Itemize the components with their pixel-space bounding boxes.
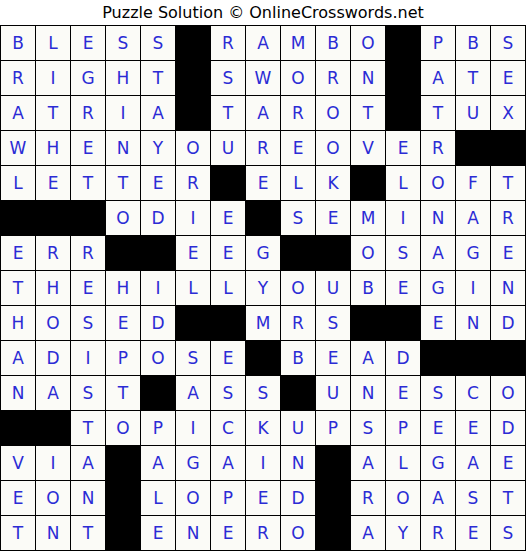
letter-cell-r3c7: T [211, 96, 246, 131]
letter-cell-r11c14: C [456, 376, 491, 411]
black-cell-r1c6 [176, 26, 211, 61]
letter-cell-r10c11: A [351, 341, 386, 376]
letter-cell-r11c12: E [386, 376, 421, 411]
letter-cell-r3c11: T [351, 96, 386, 131]
letter-cell-r14c11: R [351, 481, 386, 516]
black-cell-r4c15 [491, 131, 526, 166]
letter-cell-r14c5: L [141, 481, 176, 516]
letter-cell-r13c15: E [491, 446, 526, 481]
letter-cell-r11c3: S [71, 376, 106, 411]
letter-cell-r8c8: Y [246, 271, 281, 306]
letter-cell-r13c13: G [421, 446, 456, 481]
letter-cell-r3c9: R [281, 96, 316, 131]
letter-cell-r14c3: N [71, 481, 106, 516]
letter-cell-r3c1: A [1, 96, 36, 131]
letter-cell-r1c9: M [281, 26, 316, 61]
letter-cell-r15c6: N [176, 516, 211, 551]
letter-cell-r7c1: E [1, 236, 36, 271]
letter-cell-r15c2: N [36, 516, 71, 551]
letter-cell-r14c14: S [456, 481, 491, 516]
letter-cell-r15c1: T [1, 516, 36, 551]
letter-cell-r12c12: P [386, 411, 421, 446]
letter-cell-r8c15: N [491, 271, 526, 306]
letter-cell-r8c4: H [106, 271, 141, 306]
letter-cell-r13c9: N [281, 446, 316, 481]
letter-cell-r6c11: M [351, 201, 386, 236]
black-cell-r9c11 [351, 306, 386, 341]
letter-cell-r12c11: S [351, 411, 386, 446]
letter-cell-r8c1: T [1, 271, 36, 306]
letter-cell-r11c6: A [176, 376, 211, 411]
letter-cell-r7c3: R [71, 236, 106, 271]
letter-cell-r5c10: K [316, 166, 351, 201]
letter-cell-r8c3: E [71, 271, 106, 306]
letter-cell-r12c14: E [456, 411, 491, 446]
letter-cell-r7c12: S [386, 236, 421, 271]
letter-cell-r5c1: L [1, 166, 36, 201]
letter-cell-r8c5: I [141, 271, 176, 306]
letter-cell-r14c1: E [1, 481, 36, 516]
black-cell-r6c8 [246, 201, 281, 236]
letter-cell-r4c12: E [386, 131, 421, 166]
black-cell-r4c14 [456, 131, 491, 166]
letter-cell-r10c6: S [176, 341, 211, 376]
letter-cell-r5c6: R [176, 166, 211, 201]
letter-cell-r6c7: E [211, 201, 246, 236]
letter-cell-r7c7: E [211, 236, 246, 271]
black-cell-r13c4 [106, 446, 141, 481]
letter-cell-r9c9: R [281, 306, 316, 341]
letter-cell-r11c7: S [211, 376, 246, 411]
letter-cell-r4c13: R [421, 131, 456, 166]
letter-cell-r6c6: I [176, 201, 211, 236]
puzzle-solution-page: Puzzle Solution © OnlineCrosswords.net B… [0, 0, 526, 551]
letter-cell-r10c3: I [71, 341, 106, 376]
letter-cell-r10c12: D [386, 341, 421, 376]
black-cell-r2c6 [176, 61, 211, 96]
letter-cell-r13c11: A [351, 446, 386, 481]
letter-cell-r8c6: L [176, 271, 211, 306]
letter-cell-r15c12: Y [386, 516, 421, 551]
letter-cell-r1c7: R [211, 26, 246, 61]
letter-cell-r10c9: B [281, 341, 316, 376]
letter-cell-r5c4: T [106, 166, 141, 201]
letter-cell-r11c4: T [106, 376, 141, 411]
black-cell-r14c10 [316, 481, 351, 516]
letter-cell-r2c13: A [421, 61, 456, 96]
letter-cell-r10c5: O [141, 341, 176, 376]
letter-cell-r2c2: I [36, 61, 71, 96]
letter-cell-r13c8: I [246, 446, 281, 481]
letter-cell-r4c7: U [211, 131, 246, 166]
black-cell-r7c4 [106, 236, 141, 271]
letter-cell-r13c14: A [456, 446, 491, 481]
letter-cell-r4c1: W [1, 131, 36, 166]
letter-cell-r15c15: S [491, 516, 526, 551]
black-cell-r12c1 [1, 411, 36, 446]
letter-cell-r9c4: E [106, 306, 141, 341]
letter-cell-r2c8: W [246, 61, 281, 96]
letter-cell-r5c8: E [246, 166, 281, 201]
letter-cell-r3c4: I [106, 96, 141, 131]
letter-cell-r12c3: T [71, 411, 106, 446]
letter-cell-r1c4: S [106, 26, 141, 61]
black-cell-r9c6 [176, 306, 211, 341]
black-cell-r13c10 [316, 446, 351, 481]
letter-cell-r5c3: T [71, 166, 106, 201]
letter-cell-r13c5: A [141, 446, 176, 481]
letter-cell-r5c13: O [421, 166, 456, 201]
letter-cell-r14c7: P [211, 481, 246, 516]
black-cell-r1c12 [386, 26, 421, 61]
letter-cell-r5c9: L [281, 166, 316, 201]
letter-cell-r5c12: L [386, 166, 421, 201]
letter-cell-r3c3: R [71, 96, 106, 131]
letter-cell-r9c15: D [491, 306, 526, 341]
letter-cell-r6c10: E [316, 201, 351, 236]
letter-cell-r6c9: S [281, 201, 316, 236]
letter-cell-r4c6: O [176, 131, 211, 166]
letter-cell-r1c11: O [351, 26, 386, 61]
letter-cell-r11c11: N [351, 376, 386, 411]
letter-cell-r14c2: O [36, 481, 71, 516]
black-cell-r14c4 [106, 481, 141, 516]
black-cell-r10c15 [491, 341, 526, 376]
letter-cell-r8c7: L [211, 271, 246, 306]
letter-cell-r1c10: B [316, 26, 351, 61]
letter-cell-r9c14: N [456, 306, 491, 341]
letter-cell-r10c7: E [211, 341, 246, 376]
black-cell-r7c9 [281, 236, 316, 271]
letter-cell-r13c12: L [386, 446, 421, 481]
letter-cell-r4c11: V [351, 131, 386, 166]
black-cell-r6c3 [71, 201, 106, 236]
letter-cell-r2c10: R [316, 61, 351, 96]
letter-cell-r3c5: A [141, 96, 176, 131]
letter-cell-r10c4: P [106, 341, 141, 376]
letter-cell-r8c14: I [456, 271, 491, 306]
letter-cell-r5c5: E [141, 166, 176, 201]
letter-cell-r1c8: A [246, 26, 281, 61]
letter-cell-r8c12: E [386, 271, 421, 306]
letter-cell-r7c13: A [421, 236, 456, 271]
black-cell-r7c10 [316, 236, 351, 271]
letter-cell-r9c3: S [71, 306, 106, 341]
page-title: Puzzle Solution © OnlineCrosswords.net [0, 0, 526, 25]
letter-cell-r13c6: G [176, 446, 211, 481]
letter-cell-r15c5: E [141, 516, 176, 551]
letter-cell-r7c14: G [456, 236, 491, 271]
black-cell-r11c9 [281, 376, 316, 411]
letter-cell-r9c2: O [36, 306, 71, 341]
letter-cell-r9c8: M [246, 306, 281, 341]
letter-cell-r8c13: G [421, 271, 456, 306]
letter-cell-r2c4: H [106, 61, 141, 96]
letter-cell-r13c1: V [1, 446, 36, 481]
letter-cell-r1c5: S [141, 26, 176, 61]
letter-cell-r15c9: O [281, 516, 316, 551]
letter-cell-r8c11: B [351, 271, 386, 306]
black-cell-r10c14 [456, 341, 491, 376]
letter-cell-r3c14: U [456, 96, 491, 131]
letter-cell-r4c10: O [316, 131, 351, 166]
letter-cell-r2c1: R [1, 61, 36, 96]
letter-cell-r4c9: E [281, 131, 316, 166]
letter-cell-r11c1: N [1, 376, 36, 411]
letter-cell-r5c14: F [456, 166, 491, 201]
letter-cell-r3c13: T [421, 96, 456, 131]
letter-cell-r1c13: P [421, 26, 456, 61]
letter-cell-r11c2: A [36, 376, 71, 411]
letter-cell-r14c13: A [421, 481, 456, 516]
letter-cell-r12c4: O [106, 411, 141, 446]
letter-cell-r13c2: I [36, 446, 71, 481]
letter-cell-r12c6: I [176, 411, 211, 446]
letter-cell-r7c8: G [246, 236, 281, 271]
black-cell-r9c7 [211, 306, 246, 341]
letter-cell-r12c13: E [421, 411, 456, 446]
letter-cell-r4c2: H [36, 131, 71, 166]
letter-cell-r9c13: E [421, 306, 456, 341]
letter-cell-r6c14: A [456, 201, 491, 236]
letter-cell-r15c13: R [421, 516, 456, 551]
letter-cell-r12c15: D [491, 411, 526, 446]
letter-cell-r2c11: N [351, 61, 386, 96]
letter-cell-r10c2: D [36, 341, 71, 376]
letter-cell-r2c9: O [281, 61, 316, 96]
letter-cell-r7c6: E [176, 236, 211, 271]
letter-cell-r7c2: R [36, 236, 71, 271]
black-cell-r9c12 [386, 306, 421, 341]
letter-cell-r12c8: K [246, 411, 281, 446]
letter-cell-r12c5: P [141, 411, 176, 446]
letter-cell-r15c14: E [456, 516, 491, 551]
letter-cell-r8c10: U [316, 271, 351, 306]
letter-cell-r9c1: H [1, 306, 36, 341]
black-cell-r12c2 [36, 411, 71, 446]
letter-cell-r3c2: T [36, 96, 71, 131]
letter-cell-r1c15: S [491, 26, 526, 61]
letter-cell-r11c13: S [421, 376, 456, 411]
letter-cell-r12c10: P [316, 411, 351, 446]
letter-cell-r14c15: T [491, 481, 526, 516]
letter-cell-r6c12: I [386, 201, 421, 236]
black-cell-r3c6 [176, 96, 211, 131]
letter-cell-r13c7: A [211, 446, 246, 481]
letter-cell-r6c15: R [491, 201, 526, 236]
letter-cell-r2c7: S [211, 61, 246, 96]
black-cell-r10c8 [246, 341, 281, 376]
letter-cell-r6c4: O [106, 201, 141, 236]
letter-cell-r3c8: A [246, 96, 281, 131]
letter-cell-r4c5: Y [141, 131, 176, 166]
letter-cell-r4c8: R [246, 131, 281, 166]
letter-cell-r11c8: S [246, 376, 281, 411]
black-cell-r6c1 [1, 201, 36, 236]
letter-cell-r7c15: E [491, 236, 526, 271]
letter-cell-r11c10: U [316, 376, 351, 411]
black-cell-r11c5 [141, 376, 176, 411]
letter-cell-r3c10: O [316, 96, 351, 131]
letter-cell-r14c8: E [246, 481, 281, 516]
letter-cell-r3c15: X [491, 96, 526, 131]
black-cell-r10c13 [421, 341, 456, 376]
letter-cell-r2c15: E [491, 61, 526, 96]
letter-cell-r15c11: A [351, 516, 386, 551]
black-cell-r15c10 [316, 516, 351, 551]
letter-cell-r1c1: B [1, 26, 36, 61]
black-cell-r3c12 [386, 96, 421, 131]
letter-cell-r9c10: S [316, 306, 351, 341]
black-cell-r15c4 [106, 516, 141, 551]
black-cell-r5c11 [351, 166, 386, 201]
letter-cell-r2c3: G [71, 61, 106, 96]
letter-cell-r14c12: O [386, 481, 421, 516]
letter-cell-r12c7: C [211, 411, 246, 446]
letter-cell-r8c2: H [36, 271, 71, 306]
letter-cell-r4c3: E [71, 131, 106, 166]
crossword-grid: BLESSRAMBOPBSRIGHTSWORNATEATRIATAROTTUXW… [0, 25, 526, 551]
letter-cell-r5c2: E [36, 166, 71, 201]
letter-cell-r7c11: O [351, 236, 386, 271]
black-cell-r2c12 [386, 61, 421, 96]
letter-cell-r1c14: B [456, 26, 491, 61]
letter-cell-r8c9: O [281, 271, 316, 306]
letter-cell-r2c5: T [141, 61, 176, 96]
letter-cell-r13c3: A [71, 446, 106, 481]
letter-cell-r6c13: N [421, 201, 456, 236]
letter-cell-r6c5: D [141, 201, 176, 236]
black-cell-r5c7 [211, 166, 246, 201]
letter-cell-r1c2: L [36, 26, 71, 61]
letter-cell-r10c10: E [316, 341, 351, 376]
letter-cell-r15c7: E [211, 516, 246, 551]
letter-cell-r4c4: N [106, 131, 141, 166]
letter-cell-r14c6: O [176, 481, 211, 516]
letter-cell-r5c15: T [491, 166, 526, 201]
letter-cell-r10c1: A [1, 341, 36, 376]
letter-cell-r9c5: D [141, 306, 176, 341]
letter-cell-r15c3: T [71, 516, 106, 551]
black-cell-r7c5 [141, 236, 176, 271]
letter-cell-r2c14: T [456, 61, 491, 96]
letter-cell-r15c8: R [246, 516, 281, 551]
letter-cell-r1c3: E [71, 26, 106, 61]
letter-cell-r12c9: U [281, 411, 316, 446]
black-cell-r6c2 [36, 201, 71, 236]
letter-cell-r14c9: D [281, 481, 316, 516]
letter-cell-r11c15: O [491, 376, 526, 411]
